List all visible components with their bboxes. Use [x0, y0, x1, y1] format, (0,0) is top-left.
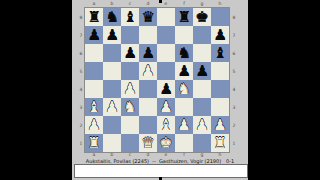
- event-tail: 0-1: [212, 176, 223, 178]
- game-info-panel: Event : 09/1/98, Empresa del Mar 1998 (2…: [74, 164, 248, 178]
- piece-black-bishop[interactable]: ♝: [213, 44, 226, 62]
- event-link[interactable]: 09/1/98, Empresa del Mar 1998 (2.1), Rou…: [96, 176, 212, 178]
- square-g1[interactable]: [193, 134, 211, 152]
- piece-black-pawn[interactable]: ♟: [177, 62, 190, 80]
- piece-white-pawn[interactable]: ♟: [141, 62, 154, 80]
- square-a2[interactable]: ♟: [85, 116, 103, 134]
- square-a6[interactable]: [85, 44, 103, 62]
- piece-white-rook[interactable]: ♜: [213, 134, 226, 152]
- square-g6[interactable]: [193, 44, 211, 62]
- rank-label-3: 3: [231, 98, 237, 116]
- piece-black-king[interactable]: ♚: [195, 8, 208, 26]
- square-c2[interactable]: [121, 116, 139, 134]
- square-d4[interactable]: [139, 80, 157, 98]
- piece-white-pawn[interactable]: ♟: [195, 116, 208, 134]
- piece-white-bishop[interactable]: ♝: [87, 98, 100, 116]
- square-b4[interactable]: [103, 80, 121, 98]
- square-c7[interactable]: [121, 26, 139, 44]
- piece-white-knight[interactable]: ♞: [177, 80, 190, 98]
- piece-black-pawn[interactable]: ♟: [213, 26, 226, 44]
- rank-label-5: 5: [231, 62, 237, 80]
- chess-board[interactable]: ♜♞♝♛♜♚♟♟♟♟♟♞♝♟♟♟♟♟♞♝♟♞♟♟♝♟♟♟♜♛♚♜: [84, 7, 230, 153]
- chess-viewer-frame: abcdefgh abcdefgh 87654321 87654321 ♜♞♝♛…: [72, 0, 248, 180]
- rank-label-4: 4: [231, 80, 237, 98]
- rank-label-6: 6: [231, 44, 237, 62]
- rank-labels-right: 87654321: [231, 8, 237, 152]
- square-f3[interactable]: [175, 98, 193, 116]
- piece-white-bishop[interactable]: ♝: [159, 116, 172, 134]
- square-d1[interactable]: ♛: [139, 134, 157, 152]
- square-g4[interactable]: [193, 80, 211, 98]
- square-g5[interactable]: ♟: [193, 62, 211, 80]
- square-e6[interactable]: [157, 44, 175, 62]
- square-a7[interactable]: ♟: [85, 26, 103, 44]
- square-b3[interactable]: ♟: [103, 98, 121, 116]
- square-d7[interactable]: [139, 26, 157, 44]
- square-c1[interactable]: [121, 134, 139, 152]
- square-g7[interactable]: [193, 26, 211, 44]
- square-e2[interactable]: ♝: [157, 116, 175, 134]
- rank-label-1: 1: [231, 134, 237, 152]
- square-c3[interactable]: ♞: [121, 98, 139, 116]
- piece-white-pawn[interactable]: ♟: [213, 116, 226, 134]
- square-g8[interactable]: ♚: [193, 8, 211, 26]
- video-frame: { "game": "chess", "position": { "fen": …: [0, 0, 320, 180]
- square-e5[interactable]: [157, 62, 175, 80]
- piece-black-queen[interactable]: ♛: [141, 8, 154, 26]
- square-b2[interactable]: [103, 116, 121, 134]
- square-f2[interactable]: ♟: [175, 116, 193, 134]
- square-c8[interactable]: ♝: [121, 8, 139, 26]
- piece-white-queen[interactable]: ♛: [141, 134, 154, 152]
- piece-black-pawn[interactable]: ♟: [123, 44, 136, 62]
- square-a3[interactable]: ♝: [85, 98, 103, 116]
- piece-black-rook[interactable]: ♜: [177, 8, 190, 26]
- piece-black-pawn[interactable]: ♟: [105, 26, 118, 44]
- square-a5[interactable]: [85, 62, 103, 80]
- square-c5[interactable]: [121, 62, 139, 80]
- piece-white-pawn[interactable]: ♟: [87, 116, 100, 134]
- piece-white-knight[interactable]: ♞: [123, 98, 136, 116]
- square-h1[interactable]: ♜: [211, 134, 229, 152]
- square-a1[interactable]: ♜: [85, 134, 103, 152]
- piece-black-pawn[interactable]: ♟: [87, 26, 100, 44]
- square-b8[interactable]: ♞: [103, 8, 121, 26]
- square-b6[interactable]: [103, 44, 121, 62]
- rank-label-2: 2: [231, 116, 237, 134]
- square-f4[interactable]: ♞: [175, 80, 193, 98]
- square-c6[interactable]: ♟: [121, 44, 139, 62]
- video-artifact-notch-bottom: [159, 177, 162, 180]
- piece-black-pawn[interactable]: ♟: [141, 44, 154, 62]
- square-g3[interactable]: [193, 98, 211, 116]
- piece-white-king[interactable]: ♚: [159, 134, 172, 152]
- square-e8[interactable]: [157, 8, 175, 26]
- event-label: Event :: [77, 176, 96, 178]
- square-d6[interactable]: ♟: [139, 44, 157, 62]
- square-b1[interactable]: [103, 134, 121, 152]
- square-f6[interactable]: ♞: [175, 44, 193, 62]
- square-h4[interactable]: [211, 80, 229, 98]
- square-d8[interactable]: ♛: [139, 8, 157, 26]
- square-b5[interactable]: [103, 62, 121, 80]
- square-h2[interactable]: ♟: [211, 116, 229, 134]
- square-h6[interactable]: ♝: [211, 44, 229, 62]
- square-h3[interactable]: [211, 98, 229, 116]
- piece-black-bishop[interactable]: ♝: [123, 8, 136, 26]
- piece-white-pawn[interactable]: ♟: [123, 80, 136, 98]
- piece-white-pawn[interactable]: ♟: [105, 98, 118, 116]
- piece-black-pawn[interactable]: ♟: [195, 62, 208, 80]
- square-f7[interactable]: [175, 26, 193, 44]
- square-f8[interactable]: ♜: [175, 8, 193, 26]
- square-d2[interactable]: [139, 116, 157, 134]
- piece-black-rook[interactable]: ♜: [87, 8, 100, 26]
- piece-white-rook[interactable]: ♜: [87, 134, 100, 152]
- square-g2[interactable]: ♟: [193, 116, 211, 134]
- square-d5[interactable]: ♟: [139, 62, 157, 80]
- rank-label-7: 7: [231, 26, 237, 44]
- square-h5[interactable]: [211, 62, 229, 80]
- piece-white-pawn[interactable]: ♟: [177, 116, 190, 134]
- square-e1[interactable]: ♚: [157, 134, 175, 152]
- piece-white-pawn[interactable]: ♟: [159, 98, 172, 116]
- square-b7[interactable]: ♟: [103, 26, 121, 44]
- square-c4[interactable]: ♟: [121, 80, 139, 98]
- rank-label-8: 8: [231, 8, 237, 26]
- square-f1[interactable]: [175, 134, 193, 152]
- square-d3[interactable]: [139, 98, 157, 116]
- piece-black-knight[interactable]: ♞: [105, 8, 118, 26]
- square-f5[interactable]: ♟: [175, 62, 193, 80]
- piece-black-pawn[interactable]: ♟: [159, 80, 172, 98]
- piece-black-knight[interactable]: ♞: [177, 44, 190, 62]
- square-a8[interactable]: ♜: [85, 8, 103, 26]
- square-a4[interactable]: [85, 80, 103, 98]
- square-e7[interactable]: [157, 26, 175, 44]
- square-e3[interactable]: ♟: [157, 98, 175, 116]
- square-h8[interactable]: [211, 8, 229, 26]
- square-e4[interactable]: ♟: [157, 80, 175, 98]
- square-h7[interactable]: ♟: [211, 26, 229, 44]
